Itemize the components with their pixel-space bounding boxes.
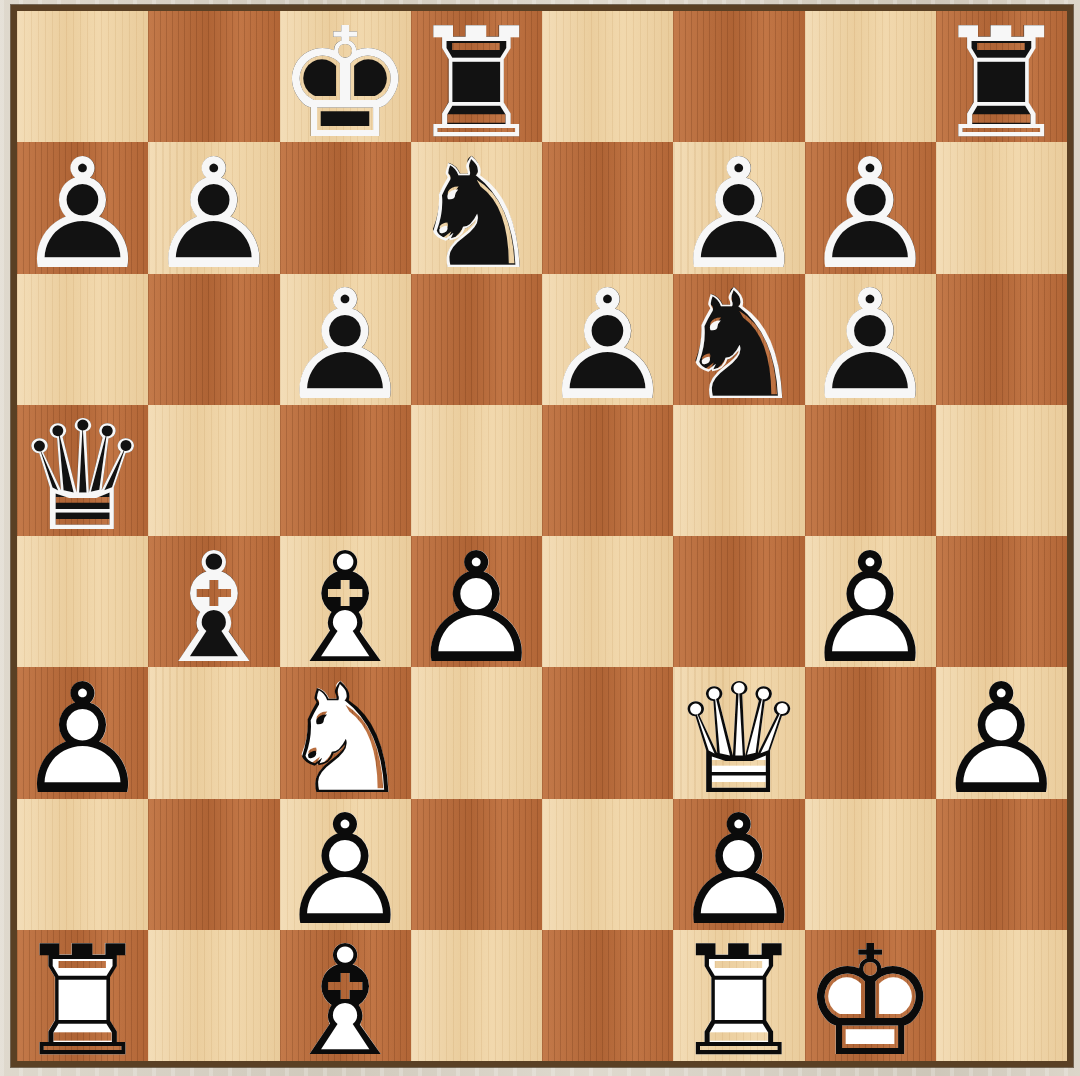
- square-g2[interactable]: [805, 799, 936, 930]
- piece-black-pawn[interactable]: ♟♙: [805, 142, 936, 273]
- square-h5[interactable]: [936, 405, 1067, 536]
- square-d3[interactable]: [411, 667, 542, 798]
- piece-black-knight[interactable]: ♞♘: [411, 142, 542, 273]
- square-h4[interactable]: [936, 536, 1067, 667]
- square-e7[interactable]: [542, 142, 673, 273]
- square-g3[interactable]: [805, 667, 936, 798]
- black-pawn-outline-icon: ♙: [542, 281, 673, 412]
- square-g7[interactable]: ♟♙: [805, 142, 936, 273]
- square-d8[interactable]: ♜♖: [411, 11, 542, 142]
- square-a3[interactable]: ♟♙: [17, 667, 148, 798]
- square-d6[interactable]: [411, 274, 542, 405]
- piece-black-queen[interactable]: ♛♕: [17, 405, 148, 536]
- square-a1[interactable]: ♜♖: [17, 930, 148, 1061]
- square-f3[interactable]: ♛♕: [673, 667, 804, 798]
- square-h8[interactable]: ♜♖: [936, 11, 1067, 142]
- square-h6[interactable]: [936, 274, 1067, 405]
- piece-black-knight[interactable]: ♞♘: [673, 274, 804, 405]
- piece-black-rook[interactable]: ♜♖: [936, 11, 1067, 142]
- square-f4[interactable]: [673, 536, 804, 667]
- square-b5[interactable]: [148, 405, 279, 536]
- piece-white-pawn[interactable]: ♟♙: [936, 667, 1067, 798]
- square-h2[interactable]: [936, 799, 1067, 930]
- black-bishop-outline-icon: ♗: [148, 543, 279, 674]
- square-d4[interactable]: ♟♙: [411, 536, 542, 667]
- square-a7[interactable]: ♟♙: [17, 142, 148, 273]
- white-rook-outline-icon: ♖: [673, 937, 804, 1068]
- piece-white-knight[interactable]: ♞♘: [280, 667, 411, 798]
- square-b3[interactable]: [148, 667, 279, 798]
- square-g8[interactable]: [805, 11, 936, 142]
- white-bishop-outline-icon: ♗: [280, 937, 411, 1068]
- square-e4[interactable]: [542, 536, 673, 667]
- square-h1[interactable]: [936, 930, 1067, 1061]
- piece-black-king[interactable]: ♚♔: [280, 11, 411, 142]
- white-rook-outline-icon: ♖: [17, 937, 148, 1068]
- piece-white-pawn[interactable]: ♟♙: [280, 799, 411, 930]
- square-h3[interactable]: ♟♙: [936, 667, 1067, 798]
- page-background: { "game": "chess", "position": { "fen": …: [0, 0, 1080, 1076]
- square-e3[interactable]: [542, 667, 673, 798]
- square-e8[interactable]: [542, 11, 673, 142]
- square-b6[interactable]: [148, 274, 279, 405]
- black-pawn-outline-icon: ♙: [280, 281, 411, 412]
- square-c5[interactable]: [280, 405, 411, 536]
- piece-white-pawn[interactable]: ♟♙: [805, 536, 936, 667]
- square-b8[interactable]: [148, 11, 279, 142]
- square-g4[interactable]: ♟♙: [805, 536, 936, 667]
- piece-white-bishop[interactable]: ♝♗: [280, 536, 411, 667]
- black-knight-outline-icon: ♘: [673, 281, 804, 412]
- square-g6[interactable]: ♟♙: [805, 274, 936, 405]
- piece-black-pawn[interactable]: ♟♙: [280, 274, 411, 405]
- piece-black-bishop[interactable]: ♝♗: [148, 536, 279, 667]
- square-g5[interactable]: [805, 405, 936, 536]
- chess-board: ♚♔♜♖♜♖♟♙♟♙♞♘♟♙♟♙♟♙♟♙♞♘♟♙♛♕♝♗♝♗♟♙♟♙♟♙♞♘♛♕…: [17, 11, 1067, 1061]
- square-b7[interactable]: ♟♙: [148, 142, 279, 273]
- square-e5[interactable]: [542, 405, 673, 536]
- piece-white-pawn[interactable]: ♟♙: [411, 536, 542, 667]
- black-queen-outline-icon: ♕: [17, 412, 148, 543]
- square-a4[interactable]: [17, 536, 148, 667]
- square-c6[interactable]: ♟♙: [280, 274, 411, 405]
- black-knight-outline-icon: ♘: [411, 149, 542, 280]
- square-d2[interactable]: [411, 799, 542, 930]
- square-e1[interactable]: [542, 930, 673, 1061]
- white-king-outline-icon: ♔: [805, 937, 936, 1068]
- square-f7[interactable]: ♟♙: [673, 142, 804, 273]
- square-d1[interactable]: [411, 930, 542, 1061]
- piece-white-pawn[interactable]: ♟♙: [17, 667, 148, 798]
- white-pawn-outline-icon: ♙: [936, 674, 1067, 805]
- square-a5[interactable]: ♛♕: [17, 405, 148, 536]
- square-g1[interactable]: ♚♔: [805, 930, 936, 1061]
- square-a6[interactable]: [17, 274, 148, 405]
- piece-black-pawn[interactable]: ♟♙: [17, 142, 148, 273]
- piece-black-pawn[interactable]: ♟♙: [673, 142, 804, 273]
- black-pawn-outline-icon: ♙: [148, 149, 279, 280]
- square-c3[interactable]: ♞♘: [280, 667, 411, 798]
- piece-white-rook[interactable]: ♜♖: [673, 930, 804, 1061]
- piece-white-queen[interactable]: ♛♕: [673, 667, 804, 798]
- chess-board-frame: ♚♔♜♖♜♖♟♙♟♙♞♘♟♙♟♙♟♙♟♙♞♘♟♙♛♕♝♗♝♗♟♙♟♙♟♙♞♘♛♕…: [11, 5, 1073, 1067]
- black-king-outline-icon: ♔: [280, 18, 411, 149]
- piece-black-pawn[interactable]: ♟♙: [148, 142, 279, 273]
- piece-white-rook[interactable]: ♜♖: [17, 930, 148, 1061]
- white-pawn-outline-icon: ♙: [805, 543, 936, 674]
- piece-black-rook[interactable]: ♜♖: [411, 11, 542, 142]
- piece-white-pawn[interactable]: ♟♙: [673, 799, 804, 930]
- white-pawn-outline-icon: ♙: [17, 674, 148, 805]
- square-f8[interactable]: [673, 11, 804, 142]
- square-e6[interactable]: ♟♙: [542, 274, 673, 405]
- square-f6[interactable]: ♞♘: [673, 274, 804, 405]
- square-b1[interactable]: [148, 930, 279, 1061]
- square-f5[interactable]: [673, 405, 804, 536]
- piece-white-king[interactable]: ♚♔: [805, 930, 936, 1061]
- square-f2[interactable]: ♟♙: [673, 799, 804, 930]
- square-e2[interactable]: [542, 799, 673, 930]
- piece-black-pawn[interactable]: ♟♙: [805, 274, 936, 405]
- square-d5[interactable]: [411, 405, 542, 536]
- piece-black-pawn[interactable]: ♟♙: [542, 274, 673, 405]
- square-h7[interactable]: [936, 142, 1067, 273]
- square-d7[interactable]: ♞♘: [411, 142, 542, 273]
- black-pawn-outline-icon: ♙: [805, 281, 936, 412]
- square-b4[interactable]: ♝♗: [148, 536, 279, 667]
- square-a2[interactable]: [17, 799, 148, 930]
- piece-white-bishop[interactable]: ♝♗: [280, 930, 411, 1061]
- square-b2[interactable]: [148, 799, 279, 930]
- square-c7[interactable]: [280, 142, 411, 273]
- black-rook-outline-icon: ♖: [936, 18, 1067, 149]
- square-c2[interactable]: ♟♙: [280, 799, 411, 930]
- black-pawn-outline-icon: ♙: [17, 149, 148, 280]
- square-c4[interactable]: ♝♗: [280, 536, 411, 667]
- white-pawn-outline-icon: ♙: [411, 543, 542, 674]
- square-c1[interactable]: ♝♗: [280, 930, 411, 1061]
- square-a8[interactable]: [17, 11, 148, 142]
- square-f1[interactable]: ♜♖: [673, 930, 804, 1061]
- square-c8[interactable]: ♚♔: [280, 11, 411, 142]
